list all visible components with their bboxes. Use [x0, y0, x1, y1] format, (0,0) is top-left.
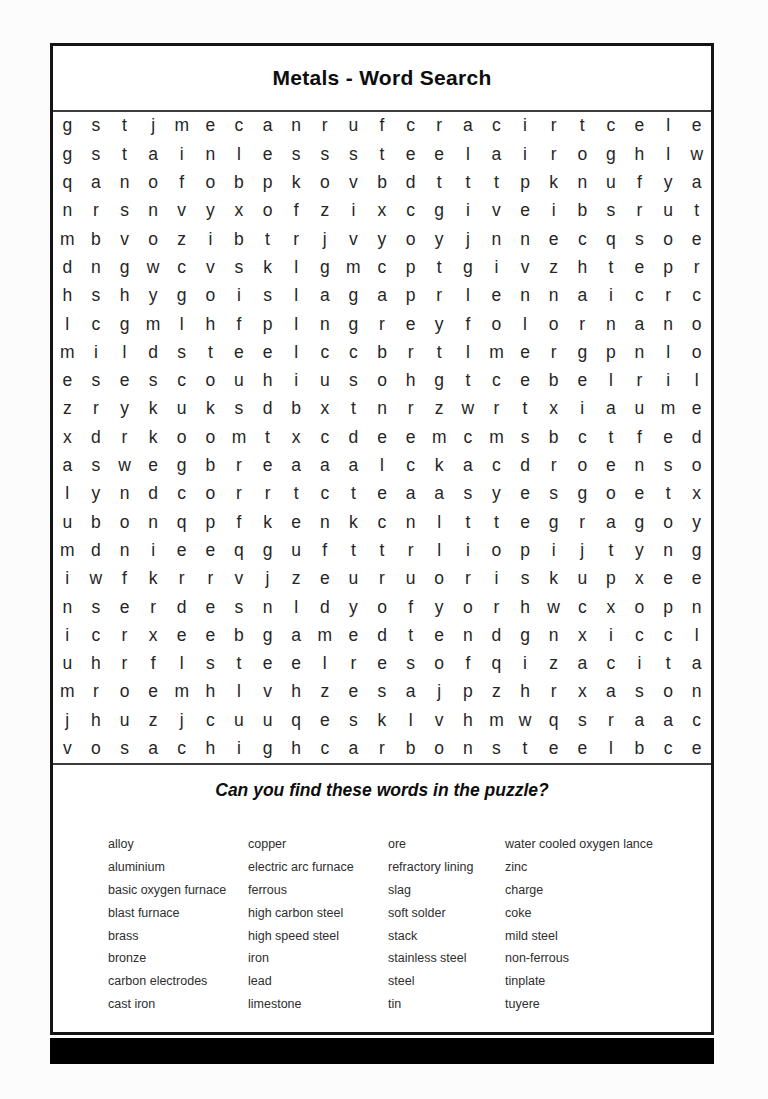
grid-cell: x [539, 395, 568, 423]
grid-cell: f [139, 650, 168, 678]
grid-cell: p [396, 254, 425, 282]
grid-cell: t [368, 537, 397, 565]
grid-cell: g [682, 537, 711, 565]
grid-cell: s [511, 423, 540, 451]
grid-cell: l [425, 508, 454, 536]
grid-cell: k [425, 452, 454, 480]
grid-cell: a [625, 706, 654, 734]
grid-cell: n [139, 197, 168, 225]
word-list-item: refractory lining [388, 856, 505, 879]
grid-cell: r [625, 367, 654, 395]
grid-cell: l [167, 650, 196, 678]
word-list-item: lead [248, 970, 388, 993]
grid-cell: w [139, 254, 168, 282]
grid-cell: u [339, 565, 368, 593]
grid-cell: p [396, 282, 425, 310]
grid-cell: c [396, 197, 425, 225]
grid-cell: q [482, 650, 511, 678]
grid-cell: l [511, 310, 540, 338]
grid-cell: h [511, 593, 540, 621]
grid-cell: n [110, 169, 139, 197]
grid-cell: a [310, 282, 339, 310]
grid-cell: c [568, 225, 597, 253]
grid-cell: t [454, 508, 483, 536]
grid-cell: n [110, 537, 139, 565]
grid-cell: y [654, 169, 683, 197]
grid-cell: d [253, 395, 282, 423]
grid-cell: t [482, 169, 511, 197]
grid-cell: o [196, 169, 225, 197]
grid-cell: l [425, 537, 454, 565]
grid-cell: u [654, 197, 683, 225]
grid-cell: r [368, 735, 397, 763]
grid-cell: a [82, 169, 111, 197]
grid-cell: f [225, 310, 254, 338]
grid-cell: s [167, 338, 196, 366]
grid-cell: v [511, 254, 540, 282]
grid-cell: d [511, 452, 540, 480]
grid-cell: i [454, 197, 483, 225]
grid-cell: x [53, 423, 82, 451]
grid-cell: t [425, 169, 454, 197]
grid-cell: c [167, 735, 196, 763]
grid-cell: r [682, 254, 711, 282]
grid-cell: r [396, 395, 425, 423]
word-list-column-2: copperelectric arc furnaceferroushigh ca… [248, 833, 388, 1015]
grid-cell: x [282, 423, 311, 451]
grid-cell: k [539, 169, 568, 197]
grid-cell: l [654, 338, 683, 366]
grid-cell: t [654, 650, 683, 678]
grid-cell: r [396, 338, 425, 366]
grid-cell: c [654, 621, 683, 649]
grid-cell: u [225, 706, 254, 734]
grid-cell: p [454, 678, 483, 706]
grid-cell: k [253, 254, 282, 282]
grid-cell: t [425, 254, 454, 282]
grid-cell: s [396, 650, 425, 678]
grid-cell: n [539, 282, 568, 310]
grid-cell: f [396, 593, 425, 621]
grid-cell: a [368, 282, 397, 310]
grid-cell: l [282, 310, 311, 338]
grid-cell: t [425, 338, 454, 366]
grid-cell: x [597, 593, 626, 621]
grid-cell: w [511, 706, 540, 734]
grid-cell: c [339, 338, 368, 366]
grid-cell: e [253, 452, 282, 480]
grid-cell: f [310, 537, 339, 565]
grid-cell: c [597, 650, 626, 678]
grid-cell: s [339, 706, 368, 734]
grid-cell: g [425, 197, 454, 225]
grid-cell: e [253, 338, 282, 366]
grid-cell: s [310, 140, 339, 168]
grid-cell: j [167, 706, 196, 734]
grid-cell: s [82, 367, 111, 395]
grid-cell: i [482, 565, 511, 593]
grid-cell: o [253, 197, 282, 225]
grid-cell: i [282, 367, 311, 395]
word-list-item: water cooled oxygen lance [505, 833, 711, 856]
grid-cell: y [339, 593, 368, 621]
grid-cell: s [625, 225, 654, 253]
grid-cell: n [53, 197, 82, 225]
grid-cell: r [82, 395, 111, 423]
grid-cell: w [682, 140, 711, 168]
grid-cell: b [539, 423, 568, 451]
grid-cell: b [396, 735, 425, 763]
grid-cell: u [253, 706, 282, 734]
grid-cell: f [625, 169, 654, 197]
grid-cell: e [539, 225, 568, 253]
word-list-item: aluminium [108, 856, 248, 879]
grid-cell: i [82, 338, 111, 366]
word-list-item: non-ferrous [505, 947, 711, 970]
word-list-item: iron [248, 947, 388, 970]
grid-cell: c [482, 367, 511, 395]
grid-cell: r [253, 480, 282, 508]
word-list-item: tin [388, 993, 505, 1016]
grid-cell: i [539, 197, 568, 225]
grid-cell: m [482, 423, 511, 451]
grid-cell: t [482, 508, 511, 536]
grid-cell: o [425, 650, 454, 678]
grid-cell: j [53, 706, 82, 734]
grid-cell: l [682, 621, 711, 649]
grid-cell: a [339, 452, 368, 480]
grid-cell: h [282, 735, 311, 763]
grid-cell: g [339, 310, 368, 338]
grid-cell: m [482, 338, 511, 366]
grid-cell: e [396, 310, 425, 338]
grid-cell: u [568, 565, 597, 593]
grid-cell: i [568, 395, 597, 423]
grid-cell: j [425, 678, 454, 706]
footer-bar [50, 1038, 714, 1064]
grid-cell: u [282, 537, 311, 565]
word-list-item: ore [388, 833, 505, 856]
grid-cell: r [625, 197, 654, 225]
grid-cell: t [282, 480, 311, 508]
grid-cell: o [539, 310, 568, 338]
grid-cell: c [310, 735, 339, 763]
grid-cell: h [625, 140, 654, 168]
grid-cell: x [139, 621, 168, 649]
grid-cell: g [53, 112, 82, 140]
grid-cell: q [597, 225, 626, 253]
grid-cell: k [139, 423, 168, 451]
grid-cell: t [253, 423, 282, 451]
grid-cell: k [196, 395, 225, 423]
grid-cell: f [454, 650, 483, 678]
grid-cell: s [110, 735, 139, 763]
grid-cell: e [167, 621, 196, 649]
grid-cell: e [110, 367, 139, 395]
grid-cell: r [167, 565, 196, 593]
grid-cell: r [110, 423, 139, 451]
grid-cell: l [282, 593, 311, 621]
word-list-item: carbon electrodes [108, 970, 248, 993]
grid-cell: r [454, 565, 483, 593]
word-list-item: limestone [248, 993, 388, 1016]
grid-cell: a [597, 395, 626, 423]
grid-cell: i [167, 140, 196, 168]
grid-cell: b [625, 735, 654, 763]
grid-cell: h [253, 367, 282, 395]
grid-cell: e [482, 282, 511, 310]
grid-cell: o [167, 423, 196, 451]
word-list-item: steel [388, 970, 505, 993]
grid-cell: n [82, 254, 111, 282]
grid-cell: c [482, 112, 511, 140]
grid-cell: v [110, 225, 139, 253]
grid-cell: h [110, 282, 139, 310]
grid-cell: e [339, 678, 368, 706]
grid-cell: r [568, 508, 597, 536]
grid-cell: a [396, 480, 425, 508]
grid-cell: n [682, 593, 711, 621]
word-list-item: basic oxygen furnace [108, 879, 248, 902]
grid-cell: z [167, 225, 196, 253]
grid-cell: q [167, 508, 196, 536]
grid-cell: o [654, 678, 683, 706]
grid-cell: p [253, 310, 282, 338]
grid-cell: e [682, 112, 711, 140]
grid-cell: g [597, 140, 626, 168]
grid-cell: x [368, 197, 397, 225]
grid-cell: c [82, 310, 111, 338]
grid-cell: o [482, 537, 511, 565]
grid-cell: o [654, 508, 683, 536]
grid-cell: e [425, 621, 454, 649]
grid-cell: w [539, 593, 568, 621]
grid-cell: l [597, 735, 626, 763]
grid-cell: l [225, 678, 254, 706]
grid-cell: i [511, 650, 540, 678]
grid-cell: f [110, 565, 139, 593]
grid-cell: a [568, 650, 597, 678]
word-list-item: tuyere [505, 993, 711, 1016]
grid-cell: a [454, 112, 483, 140]
grid-cell: n [396, 508, 425, 536]
grid-cell: n [654, 310, 683, 338]
grid-cell: m [225, 423, 254, 451]
word-list-item: cast iron [108, 993, 248, 1016]
grid-cell: k [253, 508, 282, 536]
grid-cell: l [368, 452, 397, 480]
grid-cell: v [425, 706, 454, 734]
grid-cell: n [682, 678, 711, 706]
grid-cell: m [339, 254, 368, 282]
grid-cell: t [597, 423, 626, 451]
grid-cell: e [511, 197, 540, 225]
grid-cell: g [110, 310, 139, 338]
grid-cell: g [339, 282, 368, 310]
grid-cell: l [454, 140, 483, 168]
grid-cell: y [196, 197, 225, 225]
grid-cell: t [597, 537, 626, 565]
grid-cell: c [625, 282, 654, 310]
grid-cell: g [167, 282, 196, 310]
grid-cell: z [139, 706, 168, 734]
word-list-item: high speed steel [248, 924, 388, 947]
grid-cell: r [368, 310, 397, 338]
word-list-item: blast furnace [108, 901, 248, 924]
grid-cell: b [225, 225, 254, 253]
grid-cell: a [597, 508, 626, 536]
grid-cell: e [625, 112, 654, 140]
grid-cell: l [110, 338, 139, 366]
grid-cell: h [196, 735, 225, 763]
grid-cell: n [482, 225, 511, 253]
grid-cell: l [396, 706, 425, 734]
grid-cell: c [167, 254, 196, 282]
grid-cell: a [482, 140, 511, 168]
grid-cell: l [654, 112, 683, 140]
grid-cell: u [597, 169, 626, 197]
grid-cell: i [597, 621, 626, 649]
grid-cell: v [167, 197, 196, 225]
grid-cell: d [53, 254, 82, 282]
grid-cell: e [253, 140, 282, 168]
grid-cell: g [53, 140, 82, 168]
grid-cell: p [597, 565, 626, 593]
grid-cell: o [139, 169, 168, 197]
word-list-column-4: water cooled oxygen lancezincchargecokem… [505, 833, 711, 1015]
grid-cell: r [539, 140, 568, 168]
grid-cell: o [139, 225, 168, 253]
grid-cell: s [454, 480, 483, 508]
grid-cell: m [482, 706, 511, 734]
grid-cell: h [196, 678, 225, 706]
grid-cell: a [682, 650, 711, 678]
grid-cell: i [225, 282, 254, 310]
grid-cell: m [167, 678, 196, 706]
grid-cell: c [82, 621, 111, 649]
grid-cell: g [568, 480, 597, 508]
grid-cell: b [225, 169, 254, 197]
grid-cell: e [568, 735, 597, 763]
grid-cell: l [225, 140, 254, 168]
grid-cell: l [282, 282, 311, 310]
grid-cell: d [682, 423, 711, 451]
grid-cell: a [282, 452, 311, 480]
grid-cell: s [82, 282, 111, 310]
grid-cell: e [196, 593, 225, 621]
grid-cell: c [654, 735, 683, 763]
grid-cell: d [368, 621, 397, 649]
grid-cell: g [253, 735, 282, 763]
grid-cell: h [82, 706, 111, 734]
grid-cell: t [253, 225, 282, 253]
grid-cell: e [396, 140, 425, 168]
grid-cell: t [339, 395, 368, 423]
grid-cell: c [396, 112, 425, 140]
grid-cell: z [425, 395, 454, 423]
grid-cell: p [654, 593, 683, 621]
grid-cell: a [568, 282, 597, 310]
grid-cell: q [53, 169, 82, 197]
grid-cell: c [167, 480, 196, 508]
grid-cell: p [196, 508, 225, 536]
word-list-item: mild steel [505, 924, 711, 947]
grid-cell: l [53, 480, 82, 508]
grid-cell: e [139, 678, 168, 706]
word-list-item: tinplate [505, 970, 711, 993]
grid-cell: a [597, 678, 626, 706]
grid-cell: x [225, 197, 254, 225]
grid-cell: h [282, 678, 311, 706]
grid-cell: k [339, 508, 368, 536]
grid-cell: e [310, 706, 339, 734]
grid-cell: a [625, 310, 654, 338]
grid-cell: f [454, 310, 483, 338]
grid-cell: n [654, 537, 683, 565]
grid-cell: d [339, 423, 368, 451]
grid-cell: o [597, 480, 626, 508]
grid-cell: y [82, 480, 111, 508]
grid-cell: t [196, 338, 225, 366]
word-list-prompt: Can you find these words in the puzzle? [53, 780, 711, 801]
grid-cell: m [139, 310, 168, 338]
grid-cell: g [253, 621, 282, 649]
word-list-item: ferrous [248, 879, 388, 902]
word-list-column-1: alloyaluminiumbasic oxygen furnaceblast … [108, 833, 248, 1015]
grid-cell: j [139, 112, 168, 140]
grid-cell: r [110, 650, 139, 678]
grid-cell: e [110, 593, 139, 621]
grid-cell: p [654, 254, 683, 282]
grid-cell: e [654, 423, 683, 451]
grid-cell: m [425, 423, 454, 451]
word-list-item: alloy [108, 833, 248, 856]
grid-cell: i [339, 197, 368, 225]
grid-cell: e [368, 423, 397, 451]
grid-cell: i [53, 621, 82, 649]
grid-cell: u [625, 395, 654, 423]
grid-cell: x [568, 678, 597, 706]
grid-cell: t [368, 140, 397, 168]
grid-cell: e [682, 395, 711, 423]
grid-cell: d [139, 338, 168, 366]
grid-cell: e [196, 537, 225, 565]
grid-cell: v [339, 169, 368, 197]
grid-cell: n [625, 338, 654, 366]
grid-cell: a [139, 140, 168, 168]
word-list-item: stainless steel [388, 947, 505, 970]
grid-cell: r [310, 112, 339, 140]
grid-cell: n [310, 310, 339, 338]
grid-cell: s [339, 140, 368, 168]
grid-cell: b [196, 452, 225, 480]
grid-cell: g [568, 338, 597, 366]
word-list-column-3: orerefractory liningslagsoft solderstack… [388, 833, 505, 1015]
grid-cell: r [654, 282, 683, 310]
grid-cell: h [196, 310, 225, 338]
grid-cell: l [454, 282, 483, 310]
word-list-item: soft solder [388, 901, 505, 924]
grid-cell: n [454, 735, 483, 763]
word-list-item: stack [388, 924, 505, 947]
grid-cell: n [368, 395, 397, 423]
grid-cell: s [625, 678, 654, 706]
grid-cell: i [654, 367, 683, 395]
grid-cell: r [568, 310, 597, 338]
grid-cell: c [482, 452, 511, 480]
grid-cell: r [482, 395, 511, 423]
grid-cell: s [482, 735, 511, 763]
